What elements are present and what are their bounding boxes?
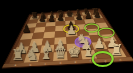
chess-app-window: abcdefgh♜♞♝♛♚♝♞♜♟♟♟♟♟♟♟♟♟♞♟♟♟♟♟♟♟♜♞♝♛♚♝♜: [0, 0, 133, 73]
piece-white-queen-d1[interactable]: ♛: [54, 46, 68, 61]
piece-black-pawn-h7[interactable]: ♟: [93, 10, 101, 19]
piece-black-pawn-g7[interactable]: ♟: [84, 11, 92, 20]
piece-white-rook-a1[interactable]: ♜: [11, 48, 25, 63]
piece-black-king-e8[interactable]: ♚: [65, 9, 73, 17]
piece-white-knight-b1[interactable]: ♞: [25, 48, 39, 63]
square-c5[interactable]: [44, 26, 55, 32]
piece-black-pawn-b7[interactable]: ♟: [38, 14, 46, 23]
piece-white-rook-h1[interactable]: ♜: [110, 43, 123, 58]
piece-black-pawn-f7[interactable]: ♟: [75, 12, 83, 21]
piece-white-pawn-e4[interactable]: ♟: [66, 25, 77, 37]
piece-white-bishop-c1[interactable]: ♝: [40, 47, 54, 62]
square-c4[interactable]: [43, 32, 55, 39]
piece-black-pawn-a5[interactable]: ♟: [22, 24, 32, 35]
piece-black-pawn-d7[interactable]: ♟: [57, 13, 65, 22]
piece-white-bishop-f1[interactable]: ♝: [82, 45, 95, 60]
piece-black-rook-a8[interactable]: ♜: [31, 12, 39, 20]
piece-white-king-e1[interactable]: ♚: [68, 45, 81, 60]
square-b5[interactable]: [34, 27, 46, 33]
piece-black-pawn-c7[interactable]: ♟: [47, 14, 55, 23]
